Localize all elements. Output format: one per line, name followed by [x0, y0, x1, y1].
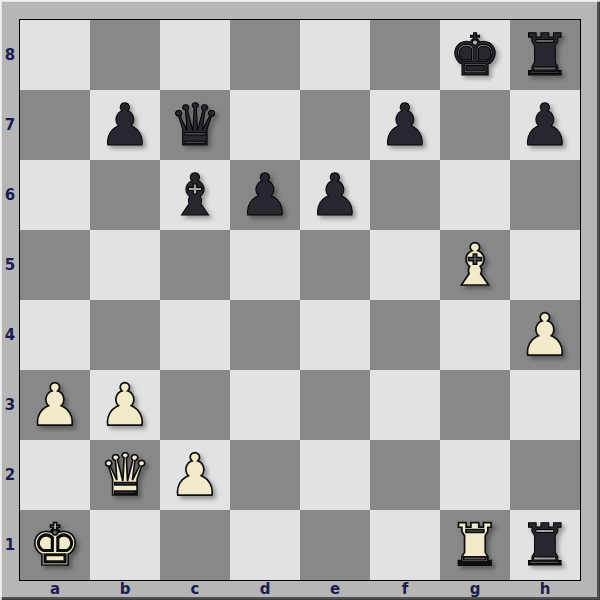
square-c3[interactable] — [160, 370, 230, 440]
file-label-f: f — [370, 580, 440, 600]
square-e3[interactable] — [300, 370, 370, 440]
rank-label-4: 4 — [0, 300, 20, 370]
square-a1[interactable]: ♚ — [20, 510, 90, 580]
square-b4[interactable] — [90, 300, 160, 370]
square-e5[interactable] — [300, 230, 370, 300]
square-h7[interactable]: ♟ — [510, 90, 580, 160]
chess-diagram: 87654321 abcdefgh ♚♜♟♛♟♟♝♟♟♝♟♟♟♛♟♚♜♜ — [0, 0, 600, 600]
rank-labels: 87654321 — [0, 20, 20, 580]
square-d4[interactable] — [230, 300, 300, 370]
square-b5[interactable] — [90, 230, 160, 300]
square-c6[interactable]: ♝ — [160, 160, 230, 230]
square-f8[interactable] — [370, 20, 440, 90]
black-pawn-icon[interactable]: ♟ — [309, 166, 361, 224]
file-label-g: g — [440, 580, 510, 600]
rank-label-3: 3 — [0, 370, 20, 440]
square-g4[interactable] — [440, 300, 510, 370]
square-d2[interactable] — [230, 440, 300, 510]
square-f7[interactable]: ♟ — [370, 90, 440, 160]
square-d6[interactable]: ♟ — [230, 160, 300, 230]
file-label-h: h — [510, 580, 580, 600]
square-c2[interactable]: ♟ — [160, 440, 230, 510]
square-f2[interactable] — [370, 440, 440, 510]
file-label-c: c — [160, 580, 230, 600]
black-pawn-icon[interactable]: ♟ — [519, 96, 571, 154]
square-d3[interactable] — [230, 370, 300, 440]
black-king-icon[interactable]: ♚ — [449, 26, 501, 84]
square-b1[interactable] — [90, 510, 160, 580]
square-a7[interactable] — [20, 90, 90, 160]
square-a2[interactable] — [20, 440, 90, 510]
square-a3[interactable]: ♟ — [20, 370, 90, 440]
file-label-a: a — [20, 580, 90, 600]
square-a8[interactable] — [20, 20, 90, 90]
square-f3[interactable] — [370, 370, 440, 440]
black-pawn-icon[interactable]: ♟ — [99, 96, 151, 154]
white-queen-icon[interactable]: ♛ — [99, 446, 151, 504]
square-a5[interactable] — [20, 230, 90, 300]
square-b8[interactable] — [90, 20, 160, 90]
square-e7[interactable] — [300, 90, 370, 160]
square-g2[interactable] — [440, 440, 510, 510]
chess-board: ♚♜♟♛♟♟♝♟♟♝♟♟♟♛♟♚♜♜ — [20, 20, 580, 580]
rank-label-5: 5 — [0, 230, 20, 300]
square-b3[interactable]: ♟ — [90, 370, 160, 440]
white-pawn-icon[interactable]: ♟ — [169, 446, 221, 504]
square-b7[interactable]: ♟ — [90, 90, 160, 160]
black-pawn-icon[interactable]: ♟ — [239, 166, 291, 224]
white-pawn-icon[interactable]: ♟ — [99, 376, 151, 434]
square-e4[interactable] — [300, 300, 370, 370]
square-f5[interactable] — [370, 230, 440, 300]
square-g1[interactable]: ♜ — [440, 510, 510, 580]
square-h1[interactable]: ♜ — [510, 510, 580, 580]
file-label-d: d — [230, 580, 300, 600]
white-pawn-icon[interactable]: ♟ — [29, 376, 81, 434]
rank-label-1: 1 — [0, 510, 20, 580]
rank-label-7: 7 — [0, 90, 20, 160]
black-rook-icon[interactable]: ♜ — [519, 26, 571, 84]
square-h6[interactable] — [510, 160, 580, 230]
square-f6[interactable] — [370, 160, 440, 230]
file-label-b: b — [90, 580, 160, 600]
white-bishop-icon[interactable]: ♝ — [449, 236, 501, 294]
square-c5[interactable] — [160, 230, 230, 300]
square-a6[interactable] — [20, 160, 90, 230]
square-b6[interactable] — [90, 160, 160, 230]
black-rook-icon[interactable]: ♜ — [519, 516, 571, 574]
square-d1[interactable] — [230, 510, 300, 580]
square-c8[interactable] — [160, 20, 230, 90]
white-rook-icon[interactable]: ♜ — [449, 516, 501, 574]
square-h5[interactable] — [510, 230, 580, 300]
square-e6[interactable]: ♟ — [300, 160, 370, 230]
black-pawn-icon[interactable]: ♟ — [379, 96, 431, 154]
rank-label-8: 8 — [0, 20, 20, 90]
square-b2[interactable]: ♛ — [90, 440, 160, 510]
black-queen-icon[interactable]: ♛ — [169, 96, 221, 154]
square-d8[interactable] — [230, 20, 300, 90]
square-c7[interactable]: ♛ — [160, 90, 230, 160]
square-d5[interactable] — [230, 230, 300, 300]
rank-label-6: 6 — [0, 160, 20, 230]
file-label-e: e — [300, 580, 370, 600]
square-d7[interactable] — [230, 90, 300, 160]
square-c4[interactable] — [160, 300, 230, 370]
square-g3[interactable] — [440, 370, 510, 440]
square-g6[interactable] — [440, 160, 510, 230]
square-e1[interactable] — [300, 510, 370, 580]
square-h8[interactable]: ♜ — [510, 20, 580, 90]
square-e2[interactable] — [300, 440, 370, 510]
square-f4[interactable] — [370, 300, 440, 370]
rank-label-2: 2 — [0, 440, 20, 510]
square-g7[interactable] — [440, 90, 510, 160]
square-h3[interactable] — [510, 370, 580, 440]
square-h2[interactable] — [510, 440, 580, 510]
black-bishop-icon[interactable]: ♝ — [169, 166, 221, 224]
square-e8[interactable] — [300, 20, 370, 90]
white-king-icon[interactable]: ♚ — [29, 516, 81, 574]
square-g8[interactable]: ♚ — [440, 20, 510, 90]
square-a4[interactable] — [20, 300, 90, 370]
white-pawn-icon[interactable]: ♟ — [519, 306, 571, 364]
square-g5[interactable]: ♝ — [440, 230, 510, 300]
square-f1[interactable] — [370, 510, 440, 580]
square-h4[interactable]: ♟ — [510, 300, 580, 370]
square-c1[interactable] — [160, 510, 230, 580]
file-labels: abcdefgh — [20, 580, 580, 600]
